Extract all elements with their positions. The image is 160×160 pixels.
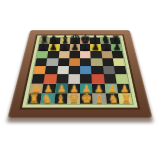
gold-king-e1[interactable]: ♚	[80, 92, 93, 105]
square-h3[interactable]	[115, 74, 128, 83]
square-c5[interactable]	[58, 58, 70, 66]
square-h1[interactable]: ♜	[118, 93, 133, 104]
gold-bishop-f1[interactable]: ♝	[93, 93, 106, 105]
square-c1[interactable]: ♝	[54, 93, 68, 104]
square-f3[interactable]	[92, 74, 105, 83]
square-d1[interactable]: ♛	[67, 93, 80, 104]
square-h5[interactable]	[113, 58, 125, 66]
square-e1[interactable]: ♚	[80, 93, 93, 104]
square-d5[interactable]	[69, 58, 80, 66]
black-pawn-c7[interactable]: ♟	[59, 42, 70, 51]
gold-rook-a1[interactable]: ♜	[27, 93, 40, 105]
square-g6[interactable]	[101, 51, 113, 58]
square-g5[interactable]	[102, 58, 114, 66]
square-b5[interactable]	[46, 58, 58, 66]
square-e7[interactable]: ♟	[80, 44, 91, 51]
square-g7[interactable]: ♟	[100, 44, 111, 51]
gold-knight-g1[interactable]: ♞	[106, 93, 119, 105]
square-h7[interactable]: ♟	[110, 44, 122, 51]
square-c3[interactable]	[56, 74, 69, 83]
square-f5[interactable]	[91, 58, 103, 66]
gold-bishop-c1[interactable]: ♝	[54, 93, 67, 105]
square-h6[interactable]	[112, 51, 124, 58]
square-f1[interactable]: ♝	[93, 93, 107, 104]
square-e3[interactable]	[80, 74, 92, 83]
square-c6[interactable]	[58, 51, 69, 58]
square-d6[interactable]	[69, 51, 80, 58]
square-b6[interactable]	[47, 51, 59, 58]
square-f6[interactable]	[91, 51, 102, 58]
gold-queen-d1[interactable]: ♛	[67, 92, 80, 105]
black-pawn-h7[interactable]: ♟	[112, 42, 123, 51]
square-d7[interactable]: ♟	[69, 44, 80, 51]
gold-rook-h1[interactable]: ♜	[119, 93, 132, 105]
square-g1[interactable]: ♞	[105, 93, 119, 104]
square-b7[interactable]: ♟	[48, 44, 59, 51]
black-pawn-e7[interactable]: ♟	[80, 42, 91, 51]
board-3d-wrapper: ♜♞♝♛♚♝♞♜♟♟♟♟♟♟♟♟♟♟♟♟♟♟♟♟♜♞♝♛♚♝♞♜	[7, 30, 152, 118]
black-pawn-g7[interactable]: ♟	[101, 42, 112, 51]
square-f7[interactable]: ♟	[90, 44, 101, 51]
square-e5[interactable]	[80, 58, 91, 66]
black-pawn-f7[interactable]: ♟	[91, 42, 102, 51]
black-pawn-a7[interactable]: ♟	[38, 42, 49, 51]
square-c7[interactable]: ♟	[59, 44, 70, 51]
square-b3[interactable]	[44, 74, 57, 83]
black-pawn-b7[interactable]: ♟	[48, 42, 59, 51]
square-e6[interactable]	[80, 51, 91, 58]
square-b1[interactable]: ♞	[41, 93, 55, 104]
chess-set-photo: ♜♞♝♛♚♝♞♜♟♟♟♟♟♟♟♟♟♟♟♟♟♟♟♟♜♞♝♛♚♝♞♜	[21, 7, 139, 125]
gold-knight-b1[interactable]: ♞	[41, 93, 54, 105]
square-d3[interactable]	[68, 74, 80, 83]
black-pawn-d7[interactable]: ♟	[69, 42, 80, 51]
